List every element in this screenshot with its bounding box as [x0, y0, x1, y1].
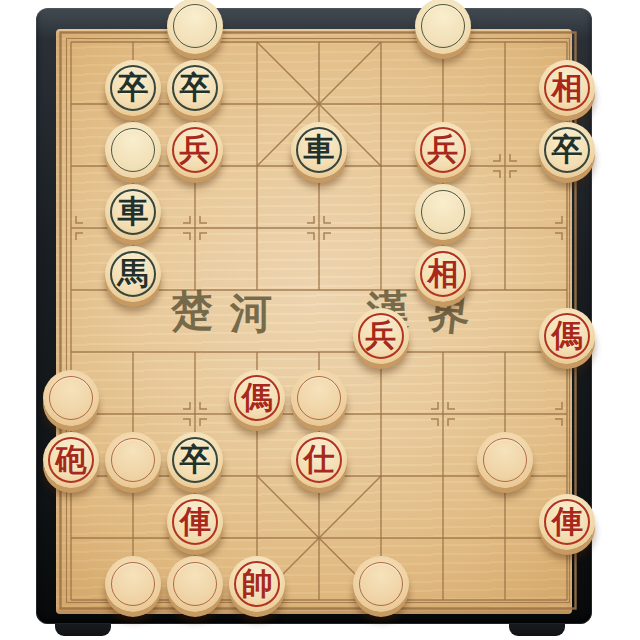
- piece-red-cannon-c0r7[interactable]: 砲: [43, 432, 99, 488]
- piece-black-soldier-c8r2[interactable]: 卒: [539, 122, 595, 178]
- piece-glyph: 兵: [415, 122, 471, 178]
- piece-red-horse-c8r5[interactable]: 傌: [539, 308, 595, 364]
- piece-black-soldier-c1r1[interactable]: 卒: [105, 60, 161, 116]
- hidden-piece-red-c2r9[interactable]: [167, 556, 223, 612]
- piece-glyph: 車: [291, 122, 347, 178]
- hidden-piece-black-c2r0[interactable]: [167, 0, 223, 54]
- piece-glyph: 卒: [539, 122, 595, 178]
- piece-glyph: 帥: [229, 556, 285, 612]
- hidden-piece-red-c7r7[interactable]: [477, 432, 533, 488]
- piece-black-chariot-c4r2[interactable]: 車: [291, 122, 347, 178]
- piece-glyph: 砲: [43, 432, 99, 488]
- piece-glyph: 相: [415, 246, 471, 302]
- hidden-piece-red-c1r7[interactable]: [105, 432, 161, 488]
- piece-black-horse-c1r4[interactable]: 馬: [105, 246, 161, 302]
- piece-glyph: 兵: [353, 308, 409, 364]
- piece-glyph: 卒: [167, 432, 223, 488]
- hidden-piece-red-c5r9[interactable]: [353, 556, 409, 612]
- piece-red-soldier-c2r2[interactable]: 兵: [167, 122, 223, 178]
- piece-glyph: 馬: [105, 246, 161, 302]
- piece-red-elephant-c6r4[interactable]: 相: [415, 246, 471, 302]
- piece-black-soldier-c2r7[interactable]: 卒: [167, 432, 223, 488]
- piece-red-king-c3r9[interactable]: 帥: [229, 556, 285, 612]
- piece-glyph: 傌: [539, 308, 595, 364]
- piece-glyph: 卒: [105, 60, 161, 116]
- piece-red-elephant-c8r1[interactable]: 相: [539, 60, 595, 116]
- xiangqi-board-scene: 楚 河 漢 界 卒卒相兵車兵卒車馬相兵傌傌砲卒仕俥俥帥: [0, 0, 640, 640]
- piece-red-horse-c3r6[interactable]: 傌: [229, 370, 285, 426]
- piece-red-advisor-c4r7[interactable]: 仕: [291, 432, 347, 488]
- piece-black-soldier-c2r1[interactable]: 卒: [167, 60, 223, 116]
- hidden-piece-red-c1r9[interactable]: [105, 556, 161, 612]
- hidden-piece-black-c6r0[interactable]: [415, 0, 471, 54]
- piece-red-chariot-c2r8[interactable]: 俥: [167, 494, 223, 550]
- piece-red-chariot-c8r8[interactable]: 俥: [539, 494, 595, 550]
- piece-red-soldier-c6r2[interactable]: 兵: [415, 122, 471, 178]
- hidden-piece-black-c6r3[interactable]: [415, 184, 471, 240]
- hidden-piece-black-c1r2[interactable]: [105, 122, 161, 178]
- piece-glyph: 俥: [539, 494, 595, 550]
- piece-black-chariot-c1r3[interactable]: 車: [105, 184, 161, 240]
- piece-glyph: 車: [105, 184, 161, 240]
- piece-red-soldier-c5r5[interactable]: 兵: [353, 308, 409, 364]
- pieces-layer: 卒卒相兵車兵卒車馬相兵傌傌砲卒仕俥俥帥: [0, 0, 640, 640]
- piece-glyph: 卒: [167, 60, 223, 116]
- piece-glyph: 相: [539, 60, 595, 116]
- piece-glyph: 兵: [167, 122, 223, 178]
- piece-glyph: 俥: [167, 494, 223, 550]
- hidden-piece-red-c4r6[interactable]: [291, 370, 347, 426]
- piece-glyph: 仕: [291, 432, 347, 488]
- hidden-piece-red-c0r6[interactable]: [43, 370, 99, 426]
- piece-glyph: 傌: [229, 370, 285, 426]
